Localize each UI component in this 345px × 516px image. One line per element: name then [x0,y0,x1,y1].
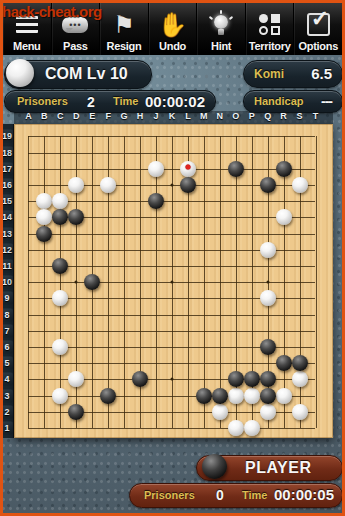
grid-line [220,136,221,428]
player-time-label: Time [242,489,267,501]
watermark-text: hack-cheat.org [2,3,102,20]
last-move-marker [185,165,190,170]
column-label: D [73,111,80,121]
player-name: PLAYER [245,459,311,477]
stone-black-M3 [196,388,212,404]
row-label: 2 [1,405,13,418]
row-label: 18 [1,146,13,159]
column-label: K [169,111,176,121]
row-label: 9 [1,292,13,305]
stone-white-N2 [212,404,228,420]
column-label: A [25,111,32,121]
column-label: S [297,111,303,121]
grid-line [28,363,315,364]
stone-black-D2 [68,404,84,420]
row-label: 1 [1,422,13,435]
stone-white-D16 [68,177,84,193]
stone-white-S16 [292,177,308,193]
hand-icon: ✋ [158,12,188,38]
star-point [75,281,78,284]
row-label: 17 [1,162,13,175]
stone-white-O3 [228,388,244,404]
stone-black-O4 [228,371,244,387]
stone-white-L17 [180,161,196,177]
options-button-label: Options [299,40,338,53]
opponent-prisoners-count: 2 [87,94,95,110]
column-label: G [121,111,128,121]
stone-black-E10 [84,274,100,290]
handicap-value: --- [321,93,332,109]
row-label: 15 [1,195,13,208]
column-label: F [105,111,111,121]
stone-white-C6 [52,339,68,355]
player-prisoners-label: Prisoners [144,489,195,501]
opponent-name: COM Lv 10 [45,65,128,83]
stone-white-S2 [292,404,308,420]
row-label: 14 [1,211,13,224]
column-label: Q [264,111,271,121]
territory-shapes-icon [259,14,280,35]
column-label: H [137,111,144,121]
resign-button[interactable]: ⚑ Resign [99,3,148,55]
stone-black-R17 [276,161,292,177]
stone-black-Q16 [260,177,276,193]
stone-white-P1 [244,420,260,436]
stone-black-N3 [212,388,228,404]
komi-pill: Komi 6.5 [243,60,343,88]
opponent-white-stone-icon [6,59,34,87]
stone-white-S4 [292,371,308,387]
row-label: 13 [1,227,13,240]
stone-white-C9 [52,290,68,306]
row-label: 6 [1,341,13,354]
stone-black-L16 [180,177,196,193]
handicap-label: Handicap [254,95,304,107]
komi-label: Komi [254,67,284,81]
opponent-time-label: Time [113,95,138,107]
player-clock: 00:00:05 [274,486,334,503]
row-label: 8 [1,308,13,321]
column-label: E [89,111,95,121]
grid-line [284,136,285,428]
territory-button-label: Territory [249,40,291,53]
flag-icon: ⚑ [113,12,135,38]
pass-button-label: Pass [63,40,88,53]
player-stats-pill: Prisoners 0 Time 00:00:05 [129,483,343,508]
stone-black-B13 [36,226,52,242]
resign-button-label: Resign [107,40,142,53]
row-label: 7 [1,324,13,337]
column-label: O [232,111,239,121]
stone-white-C15 [52,193,68,209]
star-point [170,281,173,284]
stone-black-J15 [148,193,164,209]
stone-white-O1 [228,420,244,436]
options-button[interactable]: ✓ Options [293,3,342,55]
star-point [170,378,173,381]
column-label: C [57,111,64,121]
opponent-prisoners-label: Prisoners [17,95,68,107]
opponent-stats-pill: Prisoners 2 Time 00:00:02 [4,90,216,113]
stone-black-F3 [100,388,116,404]
stone-white-Q9 [260,290,276,306]
row-label: 10 [1,276,13,289]
stone-white-J17 [148,161,164,177]
column-label: T [313,111,319,121]
row-label: 5 [1,357,13,370]
stone-white-Q12 [260,242,276,258]
stone-black-Q4 [260,371,276,387]
star-point [266,281,269,284]
stone-black-Q6 [260,339,276,355]
grid-line [204,136,205,428]
territory-button[interactable]: Territory [245,3,294,55]
stone-black-C11 [52,258,68,274]
row-label: 11 [1,260,13,273]
grid-line [28,331,315,332]
menu-button-label: Menu [13,40,41,53]
stone-black-P4 [244,371,260,387]
go-board[interactable] [14,124,333,438]
stone-white-C3 [52,388,68,404]
row-label: 4 [1,373,13,386]
stone-white-P3 [244,388,260,404]
row-label: 12 [1,243,13,256]
column-label: J [153,111,158,121]
stone-white-Q2 [260,404,276,420]
undo-button-label: Undo [159,40,186,53]
column-label: B [41,111,48,121]
grid-line [28,428,315,429]
stone-white-R3 [276,388,292,404]
stone-black-C14 [52,209,68,225]
stone-white-R14 [276,209,292,225]
stone-black-D14 [68,209,84,225]
row-label: 3 [1,389,13,402]
checkbox-icon: ✓ [307,13,330,36]
grid-line [28,315,315,316]
column-label: R [280,111,287,121]
hint-button[interactable]: Hint [196,3,245,55]
hint-button-label: Hint [211,40,231,53]
column-label: N [217,111,224,121]
stone-black-O17 [228,161,244,177]
go-app-screen: Menu ••• Pass ⚑ Resign ✋ Undo Hint [0,0,345,516]
stone-black-S5 [292,355,308,371]
stone-white-B14 [36,209,52,225]
column-label: P [249,111,255,121]
stone-white-F16 [100,177,116,193]
row-label: 16 [1,179,13,192]
lightbulb-icon [211,12,231,38]
handicap-pill: Handicap --- [243,90,343,113]
stone-black-Q3 [260,388,276,404]
stone-white-B15 [36,193,52,209]
undo-button[interactable]: ✋ Undo [148,3,197,55]
row-label: 19 [1,130,13,143]
stone-black-R5 [276,355,292,371]
grid-line [316,136,317,428]
opponent-clock: 00:00:02 [145,93,205,110]
komi-value: 6.5 [311,65,332,82]
star-point [170,184,173,187]
column-label: L [185,111,191,121]
stone-white-D4 [68,371,84,387]
stone-black-H4 [132,371,148,387]
player-black-stone-icon [202,454,227,479]
column-label: M [200,111,208,121]
player-prisoners-count: 0 [216,487,224,503]
